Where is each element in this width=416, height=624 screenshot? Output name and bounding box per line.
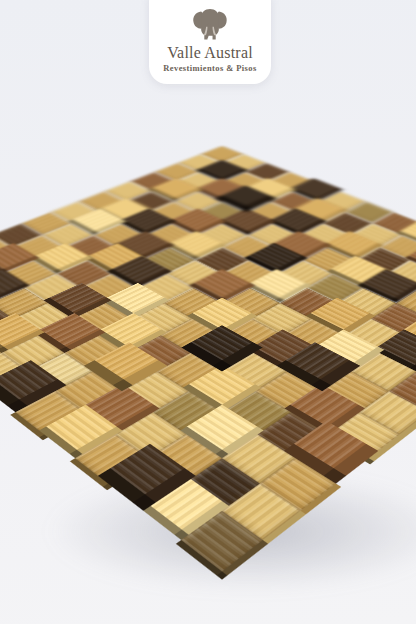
product-photo: Valle Austral Revestimientos & Pisos bbox=[0, 0, 416, 624]
brand-badge: Valle Austral Revestimientos & Pisos bbox=[149, 0, 271, 84]
brand-tagline: Revestimientos & Pisos bbox=[163, 63, 256, 73]
elephant-logo-icon bbox=[191, 4, 229, 42]
brand-name: Valle Austral bbox=[167, 44, 253, 61]
